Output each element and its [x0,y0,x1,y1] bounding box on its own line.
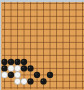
black-stone [1,65,7,71]
black-stone-highlight [29,80,30,81]
wood-grain [72,0,73,90]
black-stone [1,59,7,65]
wood-grain [60,0,61,90]
white-stone [14,65,20,71]
white-stone [14,72,20,78]
black-stone-highlight [22,60,23,61]
black-stone-highlight [9,73,10,74]
black-stone [21,59,27,65]
black-stone-highlight [3,67,4,68]
wood-grain [66,0,67,90]
black-stone [27,65,33,71]
background-top-strip [0,0,84,2]
background-left-strip [0,0,1,90]
black-stone [14,59,20,65]
white-stone [1,72,7,78]
black-stone-highlight [48,73,49,74]
black-stone-highlight [3,60,4,61]
black-stone-highlight [9,60,10,61]
black-stone [8,72,14,78]
white-stone [21,78,27,84]
white-stone [8,65,14,71]
black-stone-highlight [35,73,36,74]
black-stone [8,59,14,65]
wood-grain [21,0,22,90]
black-stone-highlight [16,60,17,61]
wood-grain [53,0,54,90]
black-stone-highlight [29,67,30,68]
wood-grain [28,0,29,90]
black-stone [21,65,27,71]
black-stone [27,78,33,84]
go-board[interactable] [0,0,84,90]
black-stone [47,72,53,78]
black-stone-highlight [42,80,43,81]
screen [0,0,84,90]
wood-grain [31,0,32,90]
wood-grain [24,0,25,90]
black-stone [40,78,46,84]
wood-grain [40,0,41,90]
black-stone [34,72,40,78]
white-stone [14,78,20,84]
black-stone-highlight [22,67,23,68]
wood-grain [79,0,80,90]
